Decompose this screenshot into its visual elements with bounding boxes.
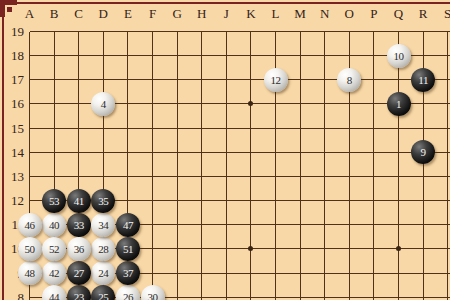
row-label-19: 19 xyxy=(2,25,24,38)
column-label-H: H xyxy=(192,7,212,20)
grid-col-line-P xyxy=(373,32,374,300)
grid-col-line-Q xyxy=(398,32,399,300)
stone-black-47[interactable]: 47 xyxy=(116,213,140,237)
row-label-17: 17 xyxy=(2,73,24,86)
grid-row-line-15 xyxy=(30,128,450,129)
column-label-A: A xyxy=(20,7,40,20)
star-point-K10 xyxy=(248,246,253,251)
stone-black-25[interactable]: 25 xyxy=(91,285,115,300)
column-label-F: F xyxy=(143,7,163,20)
column-label-B: B xyxy=(44,7,64,20)
stone-black-1[interactable]: 1 xyxy=(387,92,411,116)
grid-row-line-14 xyxy=(30,152,450,153)
grid-col-line-M xyxy=(300,32,301,300)
stone-white-30[interactable]: 30 xyxy=(141,285,165,300)
grid-row-line-19 xyxy=(30,31,450,32)
stone-black-35[interactable]: 35 xyxy=(91,189,115,213)
column-label-K: K xyxy=(241,7,261,20)
column-label-S: S xyxy=(438,7,450,20)
stone-black-37[interactable]: 37 xyxy=(116,261,140,285)
column-label-N: N xyxy=(315,7,335,20)
grid-col-line-H xyxy=(201,32,202,300)
column-label-C: C xyxy=(69,7,89,20)
grid-col-line-J xyxy=(226,32,227,300)
column-label-O: O xyxy=(339,7,359,20)
grid-col-line-S xyxy=(447,32,448,300)
stone-black-33[interactable]: 33 xyxy=(67,213,91,237)
stone-white-46[interactable]: 46 xyxy=(18,213,42,237)
star-point-K16 xyxy=(248,101,253,106)
stone-white-40[interactable]: 40 xyxy=(42,213,66,237)
stone-white-24[interactable]: 24 xyxy=(91,261,115,285)
stone-black-9[interactable]: 9 xyxy=(411,140,435,164)
stone-black-27[interactable]: 27 xyxy=(67,261,91,285)
column-label-R: R xyxy=(413,7,433,20)
go-board-diagram: ABCDEFGHJKLMNOPQRS1918171615141312111098… xyxy=(0,0,450,300)
stone-black-23[interactable]: 23 xyxy=(67,285,91,300)
frame-top-line xyxy=(0,2,450,4)
row-label-15: 15 xyxy=(2,122,24,135)
grid-col-line-G xyxy=(177,32,178,300)
stone-black-41[interactable]: 41 xyxy=(67,189,91,213)
column-label-M: M xyxy=(290,7,310,20)
stone-white-34[interactable]: 34 xyxy=(91,213,115,237)
row-label-14: 14 xyxy=(2,146,24,159)
stone-black-51[interactable]: 51 xyxy=(116,237,140,261)
star-point-Q10 xyxy=(396,246,401,251)
grid-row-line-17 xyxy=(30,79,450,80)
stone-white-36[interactable]: 36 xyxy=(67,237,91,261)
row-label-12: 12 xyxy=(2,194,24,207)
column-label-E: E xyxy=(118,7,138,20)
column-label-G: G xyxy=(167,7,187,20)
row-label-18: 18 xyxy=(2,49,24,62)
grid-col-line-F xyxy=(152,32,153,300)
column-label-P: P xyxy=(364,7,384,20)
stone-white-50[interactable]: 50 xyxy=(18,237,42,261)
column-label-Q: Q xyxy=(389,7,409,20)
stone-white-52[interactable]: 52 xyxy=(42,237,66,261)
stone-black-53[interactable]: 53 xyxy=(42,189,66,213)
row-label-13: 13 xyxy=(2,170,24,183)
stone-white-12[interactable]: 12 xyxy=(264,68,288,92)
grid-row-line-13 xyxy=(30,176,450,177)
row-label-16: 16 xyxy=(2,97,24,110)
row-label-8: 8 xyxy=(2,291,24,300)
stone-white-26[interactable]: 26 xyxy=(116,285,140,300)
stone-white-48[interactable]: 48 xyxy=(18,261,42,285)
stone-white-28[interactable]: 28 xyxy=(91,237,115,261)
grid-col-line-N xyxy=(324,32,325,300)
stone-white-44[interactable]: 44 xyxy=(42,285,66,300)
stone-white-4[interactable]: 4 xyxy=(91,92,115,116)
column-label-D: D xyxy=(93,7,113,20)
stone-white-10[interactable]: 10 xyxy=(387,44,411,68)
grid-col-line-K xyxy=(250,32,251,300)
stone-white-8[interactable]: 8 xyxy=(337,68,361,92)
column-label-L: L xyxy=(266,7,286,20)
stone-black-11[interactable]: 11 xyxy=(411,68,435,92)
column-label-J: J xyxy=(216,7,236,20)
stone-white-42[interactable]: 42 xyxy=(42,261,66,285)
